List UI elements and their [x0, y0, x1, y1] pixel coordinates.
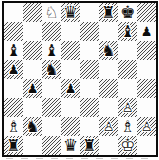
square-a7 [4, 22, 23, 41]
board-frame: ♞♘♛♛♜♜♚♚♝♝♟♟♝♝♝♝♞♞♟♟♞♞♟♟♟♟♟♙♝♗♞♞♟♙♝♗♟♙♜♜… [2, 1, 158, 157]
square-f7 [99, 22, 118, 41]
square-e3 [80, 98, 99, 117]
square-a4 [4, 79, 23, 98]
black-knight-f6: ♞ [99, 41, 118, 60]
white-pawn-body: ♟ [137, 117, 156, 136]
square-h4 [137, 79, 156, 98]
square-d6 [61, 41, 80, 60]
square-g5 [118, 60, 137, 79]
chess-diagram-scan: ♞♘♛♛♜♜♚♚♝♝♟♟♝♝♝♝♞♞♟♟♞♞♟♟♟♟♟♙♝♗♞♞♟♙♝♗♟♙♜♜… [0, 0, 159, 160]
black-pawn-body: ♟ [61, 79, 80, 98]
square-h8 [137, 3, 156, 22]
square-g1: ♚♔ [118, 136, 137, 155]
square-b1 [23, 136, 42, 155]
white-bishop-a2: ♗ [4, 117, 23, 136]
black-bishop-body: ♝ [42, 41, 61, 60]
black-queen-d8: ♛ [61, 3, 80, 22]
square-d8: ♛♛ [61, 3, 80, 22]
black-pawn-b4: ♟ [23, 79, 42, 98]
print-smudge [6, 158, 152, 159]
square-d4: ♟♟ [61, 79, 80, 98]
black-rook-f8: ♜ [99, 3, 118, 22]
black-queen-body: ♛ [61, 3, 80, 22]
square-e7 [80, 22, 99, 41]
square-f3 [99, 98, 118, 117]
square-d5 [61, 60, 80, 79]
square-h2: ♟♙ [137, 117, 156, 136]
square-e5 [80, 60, 99, 79]
black-knight-body: ♞ [42, 60, 61, 79]
square-c7 [42, 22, 61, 41]
square-d3 [61, 98, 80, 117]
black-rook-a1: ♜ [4, 136, 23, 155]
square-e6 [80, 41, 99, 60]
square-d7 [61, 22, 80, 41]
white-pawn-body: ♟ [99, 117, 118, 136]
white-knight-c8: ♘ [42, 3, 61, 22]
square-h7: ♟♟ [137, 22, 156, 41]
square-c6: ♝♝ [42, 41, 61, 60]
chessboard-grid: ♞♘♛♛♜♜♚♚♝♝♟♟♝♝♝♝♞♞♟♟♞♞♟♟♟♟♟♙♝♗♞♞♟♙♝♗♟♙♜♜… [4, 3, 156, 155]
black-pawn-a5: ♟ [4, 60, 23, 79]
square-b6 [23, 41, 42, 60]
square-a2: ♝♗ [4, 117, 23, 136]
square-f1 [99, 136, 118, 155]
square-e1: ♜♜ [80, 136, 99, 155]
square-e2 [80, 117, 99, 136]
white-pawn-h2: ♙ [137, 117, 156, 136]
black-bishop-g7: ♝ [118, 22, 137, 41]
square-e8 [80, 3, 99, 22]
square-a8 [4, 3, 23, 22]
square-f4 [99, 79, 118, 98]
black-knight-body: ♞ [99, 41, 118, 60]
black-pawn-body: ♟ [137, 22, 156, 41]
white-knight-body: ♞ [42, 3, 61, 22]
black-bishop-a6: ♝ [4, 41, 23, 60]
white-pawn-body: ♟ [118, 98, 137, 117]
square-c2 [42, 117, 61, 136]
black-bishop-body: ♝ [4, 41, 23, 60]
white-bishop-body: ♝ [118, 117, 137, 136]
square-e4 [80, 79, 99, 98]
white-pawn-g3: ♙ [118, 98, 137, 117]
black-queen-body: ♛ [61, 136, 80, 155]
square-c4 [42, 79, 61, 98]
black-rook-body: ♜ [4, 136, 23, 155]
square-h1 [137, 136, 156, 155]
square-a5: ♟♟ [4, 60, 23, 79]
square-b8 [23, 3, 42, 22]
white-bishop-body: ♝ [4, 117, 23, 136]
black-pawn-body: ♟ [23, 79, 42, 98]
black-king-g8: ♚ [118, 3, 137, 22]
black-king-body: ♚ [118, 3, 137, 22]
square-b5 [23, 60, 42, 79]
square-c3 [42, 98, 61, 117]
square-b4: ♟♟ [23, 79, 42, 98]
square-c8: ♞♘ [42, 3, 61, 22]
white-bishop-g2: ♗ [118, 117, 137, 136]
square-g3: ♟♙ [118, 98, 137, 117]
square-c1 [42, 136, 61, 155]
square-a3 [4, 98, 23, 117]
square-h5 [137, 60, 156, 79]
square-g8: ♚♚ [118, 3, 137, 22]
square-d2 [61, 117, 80, 136]
black-knight-b2: ♞ [23, 117, 42, 136]
black-knight-body: ♞ [23, 117, 42, 136]
white-pawn-f2: ♙ [99, 117, 118, 136]
square-h6 [137, 41, 156, 60]
white-king-g1: ♔ [118, 136, 137, 155]
square-a1: ♜♜ [4, 136, 23, 155]
square-b3 [23, 98, 42, 117]
square-g7: ♝♝ [118, 22, 137, 41]
square-d1: ♛♛ [61, 136, 80, 155]
square-g4 [118, 79, 137, 98]
black-pawn-d4: ♟ [61, 79, 80, 98]
square-f5 [99, 60, 118, 79]
black-pawn-h7: ♟ [137, 22, 156, 41]
black-pawn-body: ♟ [4, 60, 23, 79]
black-rook-body: ♜ [99, 3, 118, 22]
square-f6: ♞♞ [99, 41, 118, 60]
square-f8: ♜♜ [99, 3, 118, 22]
square-c5: ♞♞ [42, 60, 61, 79]
square-g6 [118, 41, 137, 60]
black-rook-body: ♜ [80, 136, 99, 155]
square-b7 [23, 22, 42, 41]
black-bishop-body: ♝ [118, 22, 137, 41]
square-a6: ♝♝ [4, 41, 23, 60]
black-bishop-c6: ♝ [42, 41, 61, 60]
black-knight-c5: ♞ [42, 60, 61, 79]
square-f2: ♟♙ [99, 117, 118, 136]
square-g2: ♝♗ [118, 117, 137, 136]
black-queen-d1: ♛ [61, 136, 80, 155]
square-h3 [137, 98, 156, 117]
black-rook-e1: ♜ [80, 136, 99, 155]
square-b2: ♞♞ [23, 117, 42, 136]
white-king-body: ♚ [118, 136, 137, 155]
